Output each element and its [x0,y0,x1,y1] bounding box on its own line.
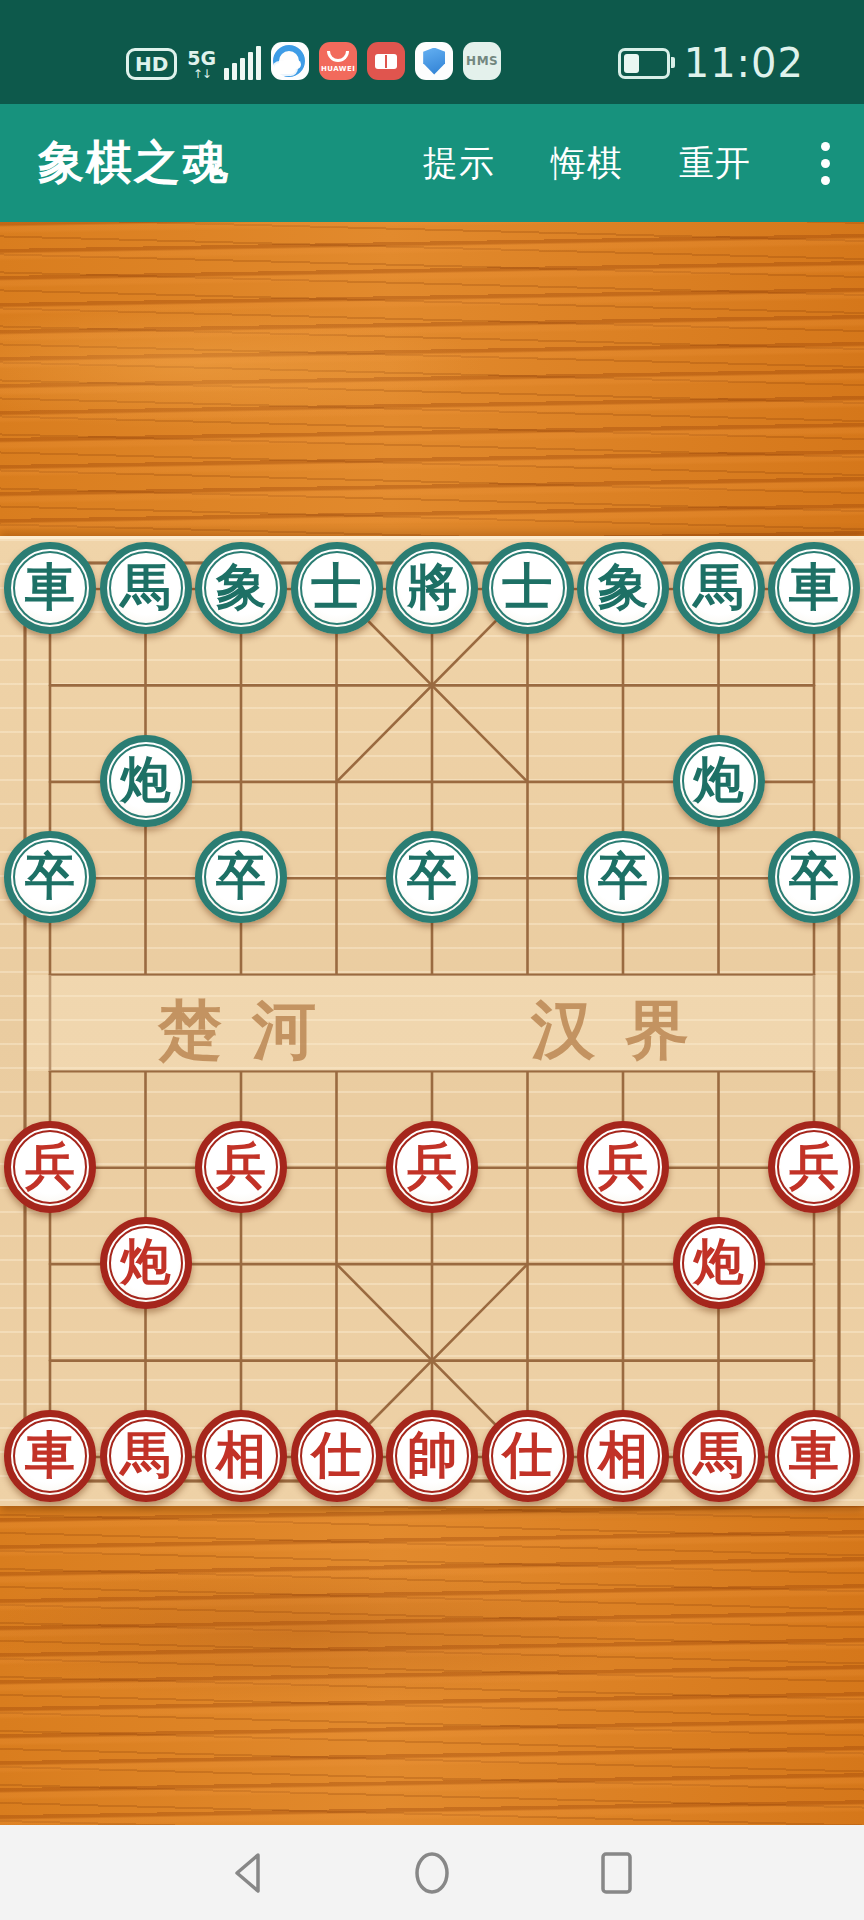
weather-app-notification-icon [271,42,309,80]
hms-label: HMS [466,54,498,68]
piece-glyph: 炮 [121,1237,171,1287]
river-label-chu-he: 楚河 [158,987,346,1074]
piece-black-horse[interactable]: 馬 [100,542,192,634]
xiangqi-board[interactable]: 楚河 汉界 [0,536,864,1506]
piece-red-horse[interactable]: 馬 [673,1410,765,1502]
piece-glyph: 將 [407,562,457,612]
piece-glyph: 車 [789,1430,839,1480]
piece-glyph: 車 [25,1430,75,1480]
piece-black-cannon[interactable]: 炮 [100,735,192,827]
network-arrows-icon: ↑↓ [193,68,211,80]
piece-red-elephant[interactable]: 相 [195,1410,287,1502]
piece-glyph: 炮 [694,1237,744,1287]
android-nav-bar [0,1825,864,1920]
piece-glyph: 士 [503,562,553,612]
app-bar: 象棋之魂 提示 悔棋 重开 [0,104,864,222]
piece-black-advisor[interactable]: 士 [291,542,383,634]
piece-black-elephant[interactable]: 象 [195,542,287,634]
piece-glyph: 士 [312,562,362,612]
piece-black-soldier[interactable]: 卒 [4,831,96,923]
reader-app-notification-icon [367,42,405,80]
undo-move-button[interactable]: 悔棋 [551,140,623,187]
app-actions: 提示 悔棋 重开 [423,138,838,189]
piece-red-soldier[interactable]: 兵 [577,1121,669,1213]
piece-glyph: 卒 [789,851,839,901]
hint-button[interactable]: 提示 [423,140,495,187]
piece-glyph: 仕 [312,1430,362,1480]
piece-glyph: 相 [598,1430,648,1480]
recents-square-icon [603,1854,630,1892]
piece-red-soldier[interactable]: 兵 [4,1121,96,1213]
piece-black-general[interactable]: 將 [386,542,478,634]
piece-glyph: 馬 [121,562,171,612]
piece-red-rook[interactable]: 車 [768,1410,860,1502]
nav-recents-button[interactable] [594,1849,638,1897]
network-label: 5G [187,49,216,68]
piece-red-advisor[interactable]: 仕 [482,1410,574,1502]
piece-glyph: 相 [216,1430,266,1480]
piece-glyph: 帥 [407,1430,457,1480]
piece-black-elephant[interactable]: 象 [577,542,669,634]
overflow-menu-button[interactable] [813,138,838,189]
piece-glyph: 炮 [694,755,744,805]
restart-button[interactable]: 重开 [679,140,751,187]
piece-glyph: 車 [25,562,75,612]
piece-red-general[interactable]: 帥 [386,1410,478,1502]
piece-glyph: 馬 [121,1430,171,1480]
security-shield-notification-icon [415,42,453,80]
piece-glyph: 象 [598,562,648,612]
piece-black-rook[interactable]: 車 [4,542,96,634]
piece-glyph: 馬 [694,562,744,612]
piece-black-soldier[interactable]: 卒 [577,831,669,923]
piece-red-soldier[interactable]: 兵 [195,1121,287,1213]
piece-glyph: 卒 [598,851,648,901]
hd-icon: HD [126,48,177,80]
piece-glyph: 兵 [25,1141,75,1191]
piece-glyph: 車 [789,562,839,612]
hms-notification-icon: HMS [463,42,501,80]
nav-back-button[interactable] [226,1849,270,1897]
piece-glyph: 卒 [25,851,75,901]
piece-black-soldier[interactable]: 卒 [768,831,860,923]
piece-red-advisor[interactable]: 仕 [291,1410,383,1502]
piece-glyph: 兵 [407,1141,457,1191]
piece-black-rook[interactable]: 車 [768,542,860,634]
piece-glyph: 卒 [216,851,266,901]
phone-screen: HD 5G ↑↓ HUAWEI HMS [0,0,864,1920]
app-title: 象棋之魂 [38,132,230,194]
piece-glyph: 炮 [121,755,171,805]
piece-red-elephant[interactable]: 相 [577,1410,669,1502]
nav-home-button[interactable] [410,1849,454,1897]
piece-black-cannon[interactable]: 炮 [673,735,765,827]
clock: 11:02 [684,40,804,86]
piece-red-cannon[interactable]: 炮 [100,1217,192,1309]
piece-black-soldier[interactable]: 卒 [195,831,287,923]
piece-red-soldier[interactable]: 兵 [768,1121,860,1213]
piece-black-soldier[interactable]: 卒 [386,831,478,923]
appgallery-label: HUAWEI [321,65,356,73]
signal-strength-icon [224,46,261,80]
back-triangle-icon [237,1855,258,1891]
status-right: 11:02 [618,40,804,86]
piece-red-rook[interactable]: 車 [4,1410,96,1502]
piece-glyph: 卒 [407,851,457,901]
piece-black-horse[interactable]: 馬 [673,542,765,634]
piece-glyph: 仕 [503,1430,553,1480]
battery-icon [618,48,670,79]
piece-glyph: 兵 [598,1141,648,1191]
appgallery-notification-icon: HUAWEI [319,42,357,80]
status-icons: HD 5G ↑↓ HUAWEI HMS [126,42,501,80]
river-label-han-jie: 汉界 [531,987,719,1074]
piece-glyph: 兵 [789,1141,839,1191]
network-type-icon: 5G ↑↓ [187,49,216,80]
status-bar: HD 5G ↑↓ HUAWEI HMS [0,0,864,104]
piece-glyph: 馬 [694,1430,744,1480]
piece-glyph: 象 [216,562,266,612]
piece-glyph: 兵 [216,1141,266,1191]
piece-black-advisor[interactable]: 士 [482,542,574,634]
home-circle-icon [417,1854,447,1892]
piece-red-horse[interactable]: 馬 [100,1410,192,1502]
piece-red-cannon[interactable]: 炮 [673,1217,765,1309]
piece-red-soldier[interactable]: 兵 [386,1121,478,1213]
